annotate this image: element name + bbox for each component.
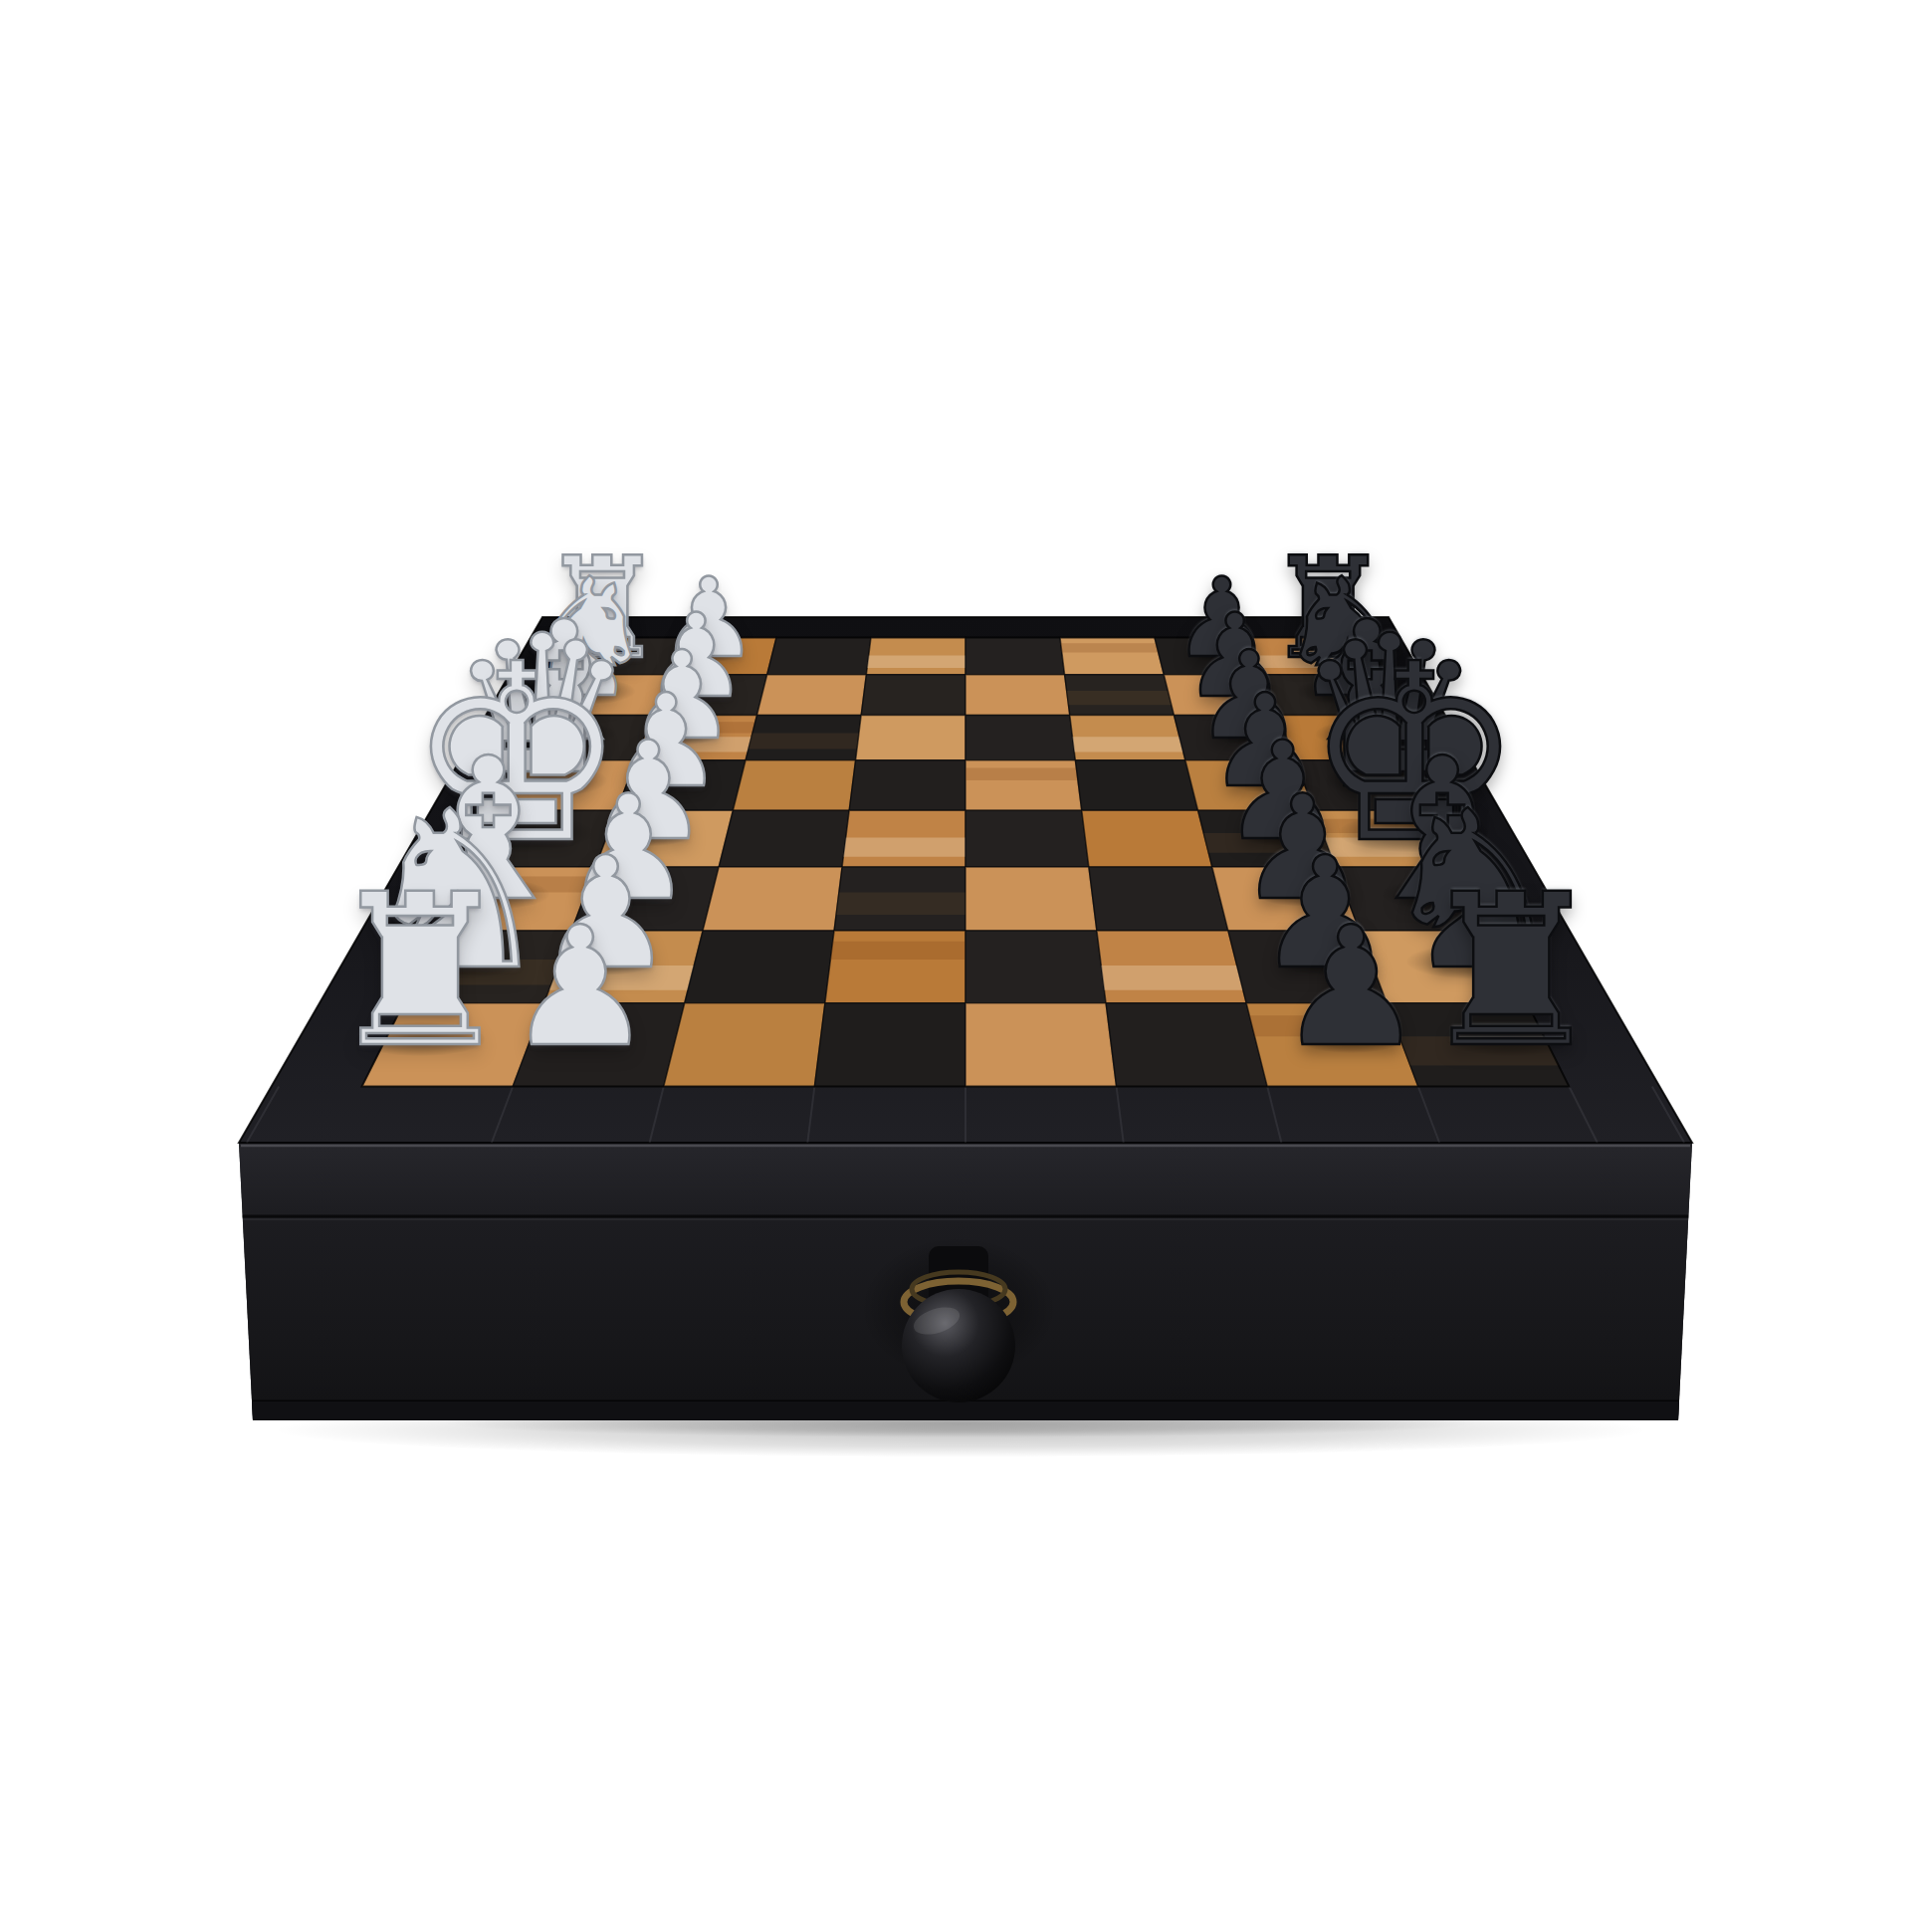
piece-black-pawn-h7[interactable]: ♟ <box>1277 905 1425 1070</box>
piece-white-pawn-h2[interactable]: ♟ <box>506 905 654 1070</box>
piece-white-rook-h1[interactable]: ♜ <box>325 866 515 1077</box>
chess-product-photo: ♜♟♟♜♞♟♟♞♝♟♟♝♛♟♟♛♚♟♟♚♝♟♟♝♞♟♟♞♜♟♟♜ <box>0 0 1931 1932</box>
piece-black-rook-h8[interactable]: ♜ <box>1416 866 1606 1077</box>
pieces-layer: ♜♟♟♜♞♟♟♞♝♟♟♝♛♟♟♛♚♟♟♚♝♟♟♝♞♟♟♞♜♟♟♜ <box>0 0 1931 1932</box>
